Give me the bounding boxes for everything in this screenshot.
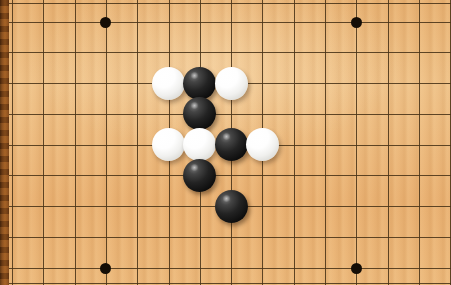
stone-white bbox=[183, 128, 216, 161]
grid-line-horizontal bbox=[9, 3, 451, 4]
stone-black bbox=[215, 128, 248, 161]
stones-layer bbox=[0, 6, 451, 283]
stone-white bbox=[215, 67, 248, 100]
stone-black bbox=[183, 67, 216, 100]
gomoku-board[interactable] bbox=[0, 0, 451, 285]
stone-black bbox=[183, 159, 216, 192]
stone-black bbox=[215, 190, 248, 223]
stone-white bbox=[152, 67, 185, 100]
stone-white bbox=[152, 128, 185, 161]
stone-white bbox=[246, 128, 279, 161]
stone-black bbox=[183, 97, 216, 130]
grid-line-horizontal bbox=[9, 283, 451, 284]
